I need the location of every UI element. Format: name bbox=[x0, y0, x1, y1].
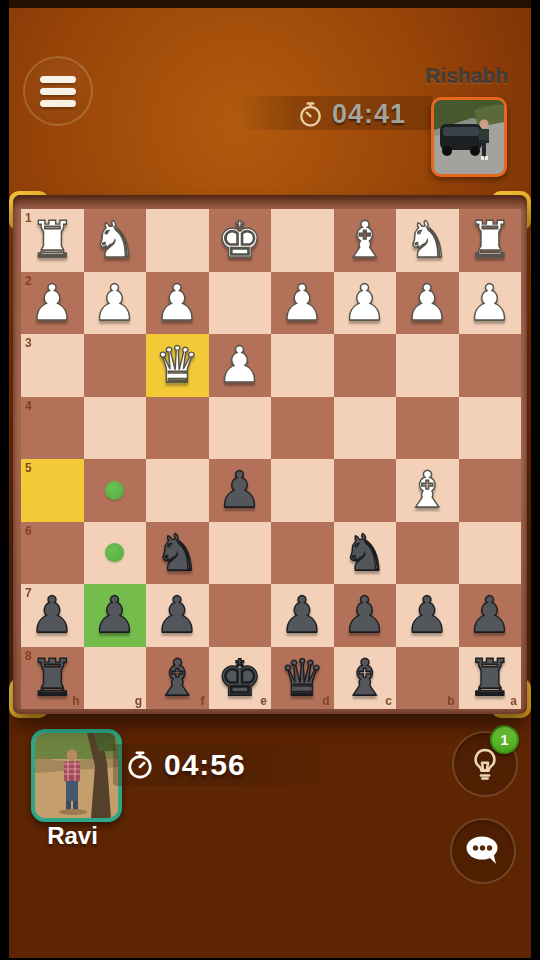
rank-label: 6 bbox=[25, 524, 32, 538]
square-g1[interactable]: ♞ bbox=[84, 209, 147, 272]
square-g2[interactable]: ♟ bbox=[84, 272, 147, 335]
chat-button[interactable] bbox=[450, 818, 516, 884]
board-squares: 1♜♞♚♝♞♜2♟♟♟♟♟♟♟3♛♟45♟♝6♞♞7♟♟♟♟♟♟♟8h♜gf♝e… bbox=[21, 209, 521, 709]
square-e2[interactable] bbox=[209, 272, 272, 335]
square-c8[interactable]: c♝ bbox=[334, 647, 397, 710]
app-screen: Rishabh 04:41 bbox=[9, 0, 531, 958]
black-knight-c6[interactable]: ♞ bbox=[342, 528, 387, 578]
white-bishop-b5[interactable]: ♝ bbox=[405, 465, 450, 515]
square-b7[interactable]: ♟ bbox=[396, 584, 459, 647]
white-pawn-b2[interactable]: ♟ bbox=[405, 278, 450, 328]
black-rook-h8[interactable]: ♜ bbox=[30, 653, 75, 703]
square-b4[interactable] bbox=[396, 397, 459, 460]
black-rook-a8[interactable]: ♜ bbox=[467, 653, 512, 703]
square-c4[interactable] bbox=[334, 397, 397, 460]
black-bishop-f8[interactable]: ♝ bbox=[155, 653, 200, 703]
chess-board-frame: 1♜♞♚♝♞♜2♟♟♟♟♟♟♟3♛♟45♟♝6♞♞7♟♟♟♟♟♟♟8h♜gf♝e… bbox=[13, 195, 527, 714]
square-g7[interactable]: ♟ bbox=[84, 584, 147, 647]
legal-move-dot[interactable] bbox=[105, 481, 124, 500]
square-c1[interactable]: ♝ bbox=[334, 209, 397, 272]
square-e6[interactable] bbox=[209, 522, 272, 585]
white-pawn-a2[interactable]: ♟ bbox=[467, 278, 512, 328]
top-edge-bar bbox=[9, 0, 531, 8]
square-f8[interactable]: f♝ bbox=[146, 647, 209, 710]
black-pawn-e5[interactable]: ♟ bbox=[217, 465, 262, 515]
player-avatar-photo bbox=[35, 733, 118, 818]
square-f3[interactable]: ♛ bbox=[146, 334, 209, 397]
black-king-e8[interactable]: ♚ bbox=[217, 653, 262, 703]
square-g3[interactable] bbox=[84, 334, 147, 397]
square-b5[interactable]: ♝ bbox=[396, 459, 459, 522]
square-h7[interactable]: 7♟ bbox=[21, 584, 84, 647]
hint-button[interactable]: 1 bbox=[452, 731, 518, 797]
white-rook-a1[interactable]: ♜ bbox=[467, 215, 512, 265]
square-b8[interactable]: b bbox=[396, 647, 459, 710]
white-pawn-g2[interactable]: ♟ bbox=[92, 278, 137, 328]
white-pawn-f2[interactable]: ♟ bbox=[155, 278, 200, 328]
white-king-e1[interactable]: ♚ bbox=[217, 215, 262, 265]
file-label: f bbox=[201, 694, 205, 708]
stopwatch-icon bbox=[125, 750, 155, 780]
opponent-clock-time: 04:41 bbox=[332, 99, 406, 130]
square-b2[interactable]: ♟ bbox=[396, 272, 459, 335]
opponent-avatar[interactable] bbox=[431, 97, 507, 177]
player-clock-time: 04:56 bbox=[164, 748, 246, 782]
square-e7[interactable] bbox=[209, 584, 272, 647]
square-e4[interactable] bbox=[209, 397, 272, 460]
square-a7[interactable]: ♟ bbox=[459, 584, 522, 647]
white-knight-b1[interactable]: ♞ bbox=[405, 215, 450, 265]
stopwatch-icon bbox=[297, 101, 324, 128]
square-d3[interactable] bbox=[271, 334, 334, 397]
square-d2[interactable]: ♟ bbox=[271, 272, 334, 335]
player-clock: 04:56 bbox=[125, 747, 246, 783]
square-f7[interactable]: ♟ bbox=[146, 584, 209, 647]
square-f4[interactable] bbox=[146, 397, 209, 460]
square-b1[interactable]: ♞ bbox=[396, 209, 459, 272]
square-f2[interactable]: ♟ bbox=[146, 272, 209, 335]
square-f1[interactable] bbox=[146, 209, 209, 272]
black-pawn-c7[interactable]: ♟ bbox=[342, 590, 387, 640]
square-c7[interactable]: ♟ bbox=[334, 584, 397, 647]
square-b3[interactable] bbox=[396, 334, 459, 397]
square-e1[interactable]: ♚ bbox=[209, 209, 272, 272]
square-g4[interactable] bbox=[84, 397, 147, 460]
square-g6[interactable] bbox=[84, 522, 147, 585]
opponent-name: Rishabh bbox=[425, 64, 508, 88]
square-g5[interactable] bbox=[84, 459, 147, 522]
square-f6[interactable]: ♞ bbox=[146, 522, 209, 585]
square-c2[interactable]: ♟ bbox=[334, 272, 397, 335]
menu-button[interactable] bbox=[23, 56, 93, 126]
square-a5[interactable] bbox=[459, 459, 522, 522]
square-a6[interactable] bbox=[459, 522, 522, 585]
square-e5[interactable]: ♟ bbox=[209, 459, 272, 522]
file-label: b bbox=[447, 694, 454, 708]
white-pawn-c2[interactable]: ♟ bbox=[342, 278, 387, 328]
chat-bubble-icon bbox=[463, 833, 503, 869]
square-g8[interactable]: g bbox=[84, 647, 147, 710]
square-a8[interactable]: a♜ bbox=[459, 647, 522, 710]
square-h6[interactable]: 6 bbox=[21, 522, 84, 585]
black-bishop-c8[interactable]: ♝ bbox=[342, 653, 387, 703]
square-e8[interactable]: e♚ bbox=[209, 647, 272, 710]
black-queen-d8[interactable]: ♛ bbox=[280, 653, 325, 703]
player-name: Ravi bbox=[31, 822, 114, 850]
opponent-avatar-photo bbox=[434, 100, 504, 174]
square-e3[interactable]: ♟ bbox=[209, 334, 272, 397]
black-knight-f6[interactable]: ♞ bbox=[155, 528, 200, 578]
white-bishop-c1[interactable]: ♝ bbox=[342, 215, 387, 265]
square-h8[interactable]: 8h♜ bbox=[21, 647, 84, 710]
black-pawn-h7[interactable]: ♟ bbox=[30, 590, 75, 640]
black-pawn-d7[interactable]: ♟ bbox=[280, 590, 325, 640]
square-h1[interactable]: 1♜ bbox=[21, 209, 84, 272]
square-d6[interactable] bbox=[271, 522, 334, 585]
white-rook-h1[interactable]: ♜ bbox=[30, 215, 75, 265]
square-a4[interactable] bbox=[459, 397, 522, 460]
opponent-clock: 04:41 bbox=[297, 98, 406, 130]
square-b6[interactable] bbox=[396, 522, 459, 585]
legal-move-dot[interactable] bbox=[105, 543, 124, 562]
square-h3[interactable]: 3 bbox=[21, 334, 84, 397]
square-h4[interactable]: 4 bbox=[21, 397, 84, 460]
square-a2[interactable]: ♟ bbox=[459, 272, 522, 335]
black-pawn-f7[interactable]: ♟ bbox=[155, 590, 200, 640]
black-pawn-a7[interactable]: ♟ bbox=[467, 590, 512, 640]
square-a1[interactable]: ♜ bbox=[459, 209, 522, 272]
square-d4[interactable] bbox=[271, 397, 334, 460]
rank-label: 4 bbox=[25, 399, 32, 413]
square-c3[interactable] bbox=[334, 334, 397, 397]
rank-label: 3 bbox=[25, 336, 32, 350]
white-pawn-e3[interactable]: ♟ bbox=[217, 340, 262, 390]
square-f5[interactable] bbox=[146, 459, 209, 522]
square-d5[interactable] bbox=[271, 459, 334, 522]
square-d1[interactable] bbox=[271, 209, 334, 272]
rank-label: 5 bbox=[25, 461, 32, 475]
hint-count-badge: 1 bbox=[490, 725, 519, 754]
white-pawn-d2[interactable]: ♟ bbox=[280, 278, 325, 328]
square-a3[interactable] bbox=[459, 334, 522, 397]
square-c6[interactable]: ♞ bbox=[334, 522, 397, 585]
black-pawn-g7[interactable]: ♟ bbox=[92, 590, 137, 640]
file-label: g bbox=[135, 694, 142, 708]
square-d8[interactable]: d♛ bbox=[271, 647, 334, 710]
white-queen-f3[interactable]: ♛ bbox=[155, 340, 200, 390]
square-h2[interactable]: 2♟ bbox=[21, 272, 84, 335]
white-knight-g1[interactable]: ♞ bbox=[92, 215, 137, 265]
square-c5[interactable] bbox=[334, 459, 397, 522]
black-pawn-b7[interactable]: ♟ bbox=[405, 590, 450, 640]
white-pawn-h2[interactable]: ♟ bbox=[30, 278, 75, 328]
player-avatar[interactable] bbox=[31, 729, 122, 822]
square-h5[interactable]: 5 bbox=[21, 459, 84, 522]
square-d7[interactable]: ♟ bbox=[271, 584, 334, 647]
